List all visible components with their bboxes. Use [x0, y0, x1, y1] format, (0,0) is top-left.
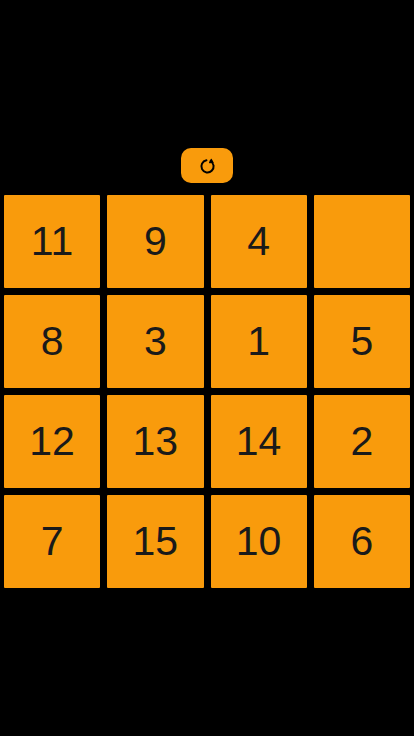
tile-5[interactable]: 5: [314, 295, 410, 388]
tile-7[interactable]: 7: [4, 495, 100, 588]
reset-button[interactable]: [181, 148, 233, 183]
tile-13[interactable]: 13: [107, 395, 203, 488]
tile-10[interactable]: 10: [211, 495, 307, 588]
tile-8[interactable]: 8: [4, 295, 100, 388]
tile-12[interactable]: 12: [4, 395, 100, 488]
tile-3[interactable]: 3: [107, 295, 203, 388]
tile-4[interactable]: 4: [211, 195, 307, 288]
tile-2[interactable]: 2: [314, 395, 410, 488]
tile-1[interactable]: 1: [211, 295, 307, 388]
tile-6[interactable]: 6: [314, 495, 410, 588]
tile-14[interactable]: 14: [211, 395, 307, 488]
tile-15[interactable]: 15: [107, 495, 203, 588]
puzzle-board: 11 9 4 8 3 1 5 12 13 14 2 7 15 10 6: [4, 195, 410, 588]
refresh-icon: [197, 155, 218, 176]
blank-space: [314, 195, 410, 288]
app-screen: 11 9 4 8 3 1 5 12 13 14 2 7 15 10 6: [0, 0, 414, 736]
tile-11[interactable]: 11: [4, 195, 100, 288]
tile-9[interactable]: 9: [107, 195, 203, 288]
